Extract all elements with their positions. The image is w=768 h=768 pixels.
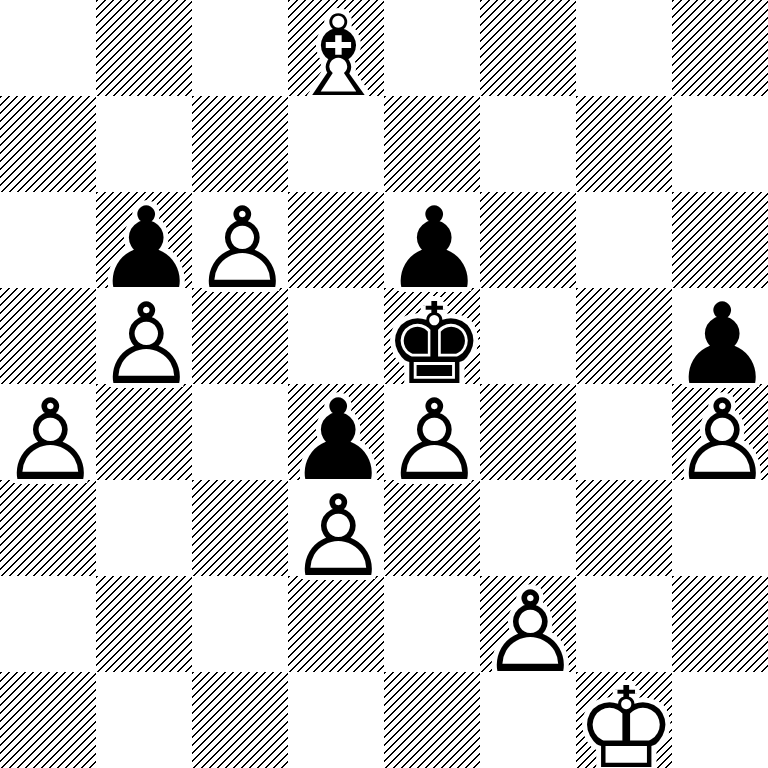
piece-white-pawn[interactable]: ♟♙ — [384, 384, 480, 480]
piece-glyph: ♙ — [480, 576, 580, 688]
square-e6[interactable]: ♟♟ — [384, 192, 480, 288]
square-b3[interactable] — [96, 480, 192, 576]
square-f4[interactable] — [480, 384, 576, 480]
square-c3[interactable] — [192, 480, 288, 576]
square-h5[interactable]: ♟♟ — [672, 288, 768, 384]
piece-glyph: ♙ — [384, 384, 484, 496]
square-g5[interactable] — [576, 288, 672, 384]
piece-black-pawn[interactable]: ♟♟ — [384, 192, 480, 288]
square-f5[interactable] — [480, 288, 576, 384]
square-h4[interactable]: ♟♙ — [672, 384, 768, 480]
square-d8[interactable]: ♝♗ — [288, 0, 384, 96]
square-f3[interactable] — [480, 480, 576, 576]
square-a5[interactable] — [0, 288, 96, 384]
piece-black-pawn[interactable]: ♟♟ — [288, 384, 384, 480]
square-b2[interactable] — [96, 576, 192, 672]
piece-white-pawn[interactable]: ♟♙ — [96, 288, 192, 384]
chess-board: ♝♗♟♟♟♙♟♟♟♙♚♚♟♟♟♙♟♟♟♙♟♙♟♙♟♙♚♔ — [0, 0, 768, 768]
square-a1[interactable] — [0, 672, 96, 768]
square-f2[interactable]: ♟♙ — [480, 576, 576, 672]
square-h1[interactable] — [672, 672, 768, 768]
piece-glyph: ♔ — [576, 672, 676, 768]
square-b1[interactable] — [96, 672, 192, 768]
square-h7[interactable] — [672, 96, 768, 192]
square-d1[interactable] — [288, 672, 384, 768]
piece-glyph: ♙ — [288, 480, 388, 592]
square-f8[interactable] — [480, 0, 576, 96]
square-e1[interactable] — [384, 672, 480, 768]
square-e2[interactable] — [384, 576, 480, 672]
square-e4[interactable]: ♟♙ — [384, 384, 480, 480]
piece-black-pawn[interactable]: ♟♟ — [672, 288, 768, 384]
square-b8[interactable] — [96, 0, 192, 96]
piece-glyph: ♙ — [192, 192, 292, 304]
piece-white-king[interactable]: ♚♔ — [576, 672, 672, 768]
square-h8[interactable] — [672, 0, 768, 96]
square-c6[interactable]: ♟♙ — [192, 192, 288, 288]
square-d5[interactable] — [288, 288, 384, 384]
square-f6[interactable] — [480, 192, 576, 288]
square-g6[interactable] — [576, 192, 672, 288]
piece-white-pawn[interactable]: ♟♙ — [0, 384, 96, 480]
square-b6[interactable]: ♟♟ — [96, 192, 192, 288]
piece-white-pawn[interactable]: ♟♙ — [480, 576, 576, 672]
square-g3[interactable] — [576, 480, 672, 576]
square-c8[interactable] — [192, 0, 288, 96]
piece-white-pawn[interactable]: ♟♙ — [672, 384, 768, 480]
square-h2[interactable] — [672, 576, 768, 672]
square-g4[interactable] — [576, 384, 672, 480]
square-f7[interactable] — [480, 96, 576, 192]
square-d6[interactable] — [288, 192, 384, 288]
square-a8[interactable] — [0, 0, 96, 96]
square-d4[interactable]: ♟♟ — [288, 384, 384, 480]
square-h6[interactable] — [672, 192, 768, 288]
piece-white-bishop[interactable]: ♝♗ — [288, 0, 384, 96]
square-g8[interactable] — [576, 0, 672, 96]
piece-white-pawn[interactable]: ♟♙ — [288, 480, 384, 576]
square-c2[interactable] — [192, 576, 288, 672]
piece-black-king[interactable]: ♚♚ — [384, 288, 480, 384]
piece-white-pawn[interactable]: ♟♙ — [192, 192, 288, 288]
square-c4[interactable] — [192, 384, 288, 480]
piece-glyph: ♙ — [96, 288, 196, 400]
square-e5[interactable]: ♚♚ — [384, 288, 480, 384]
square-c1[interactable] — [192, 672, 288, 768]
square-b5[interactable]: ♟♙ — [96, 288, 192, 384]
square-c7[interactable] — [192, 96, 288, 192]
square-e8[interactable] — [384, 0, 480, 96]
square-g2[interactable] — [576, 576, 672, 672]
square-b7[interactable] — [96, 96, 192, 192]
square-a4[interactable]: ♟♙ — [0, 384, 96, 480]
square-d3[interactable]: ♟♙ — [288, 480, 384, 576]
square-a6[interactable] — [0, 192, 96, 288]
square-a7[interactable] — [0, 96, 96, 192]
piece-glyph: ♗ — [288, 0, 388, 112]
square-a2[interactable] — [0, 576, 96, 672]
piece-glyph: ♙ — [0, 384, 100, 496]
square-g7[interactable] — [576, 96, 672, 192]
square-g1[interactable]: ♚♔ — [576, 672, 672, 768]
piece-black-pawn[interactable]: ♟♟ — [96, 192, 192, 288]
piece-glyph: ♙ — [672, 384, 768, 496]
square-e7[interactable] — [384, 96, 480, 192]
